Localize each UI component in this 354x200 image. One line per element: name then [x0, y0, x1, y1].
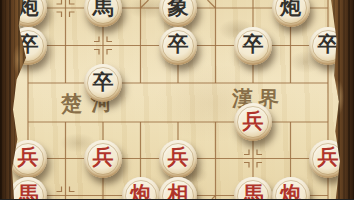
piece-red-elephant[interactable]: 相	[159, 177, 197, 200]
piece-char: 馬	[243, 184, 264, 199]
piece-char: 卒	[93, 72, 114, 93]
piece-char: 卒	[318, 34, 339, 55]
piece-red-cannon[interactable]: 炮	[122, 177, 160, 200]
piece-char: 卒	[168, 34, 189, 55]
piece-black-soldier[interactable]: 卒	[9, 27, 47, 65]
piece-red-soldier[interactable]: 兵	[234, 103, 272, 141]
piece-char: 相	[168, 184, 189, 199]
piece-char: 馬	[18, 184, 39, 199]
xiangqi-game-screen: 楚河 漢界 炮馬象炮卒卒卒卒卒兵兵兵兵兵馬炮相馬炮	[0, 0, 354, 199]
piece-black-soldier[interactable]: 卒	[234, 27, 272, 65]
piece-red-horse[interactable]: 馬	[234, 177, 272, 200]
piece-char: 兵	[243, 111, 264, 132]
piece-char: 炮	[280, 184, 301, 199]
piece-red-soldier[interactable]: 兵	[9, 140, 47, 178]
piece-red-cannon[interactable]: 炮	[272, 177, 310, 200]
piece-char: 兵	[318, 147, 339, 168]
piece-red-soldier[interactable]: 兵	[309, 140, 347, 178]
piece-black-soldier[interactable]: 卒	[309, 27, 347, 65]
piece-black-soldier[interactable]: 卒	[84, 64, 122, 102]
piece-red-soldier[interactable]: 兵	[159, 140, 197, 178]
piece-black-horse[interactable]: 馬	[84, 0, 122, 27]
piece-char: 卒	[18, 34, 39, 55]
piece-char: 炮	[130, 184, 151, 199]
piece-red-soldier[interactable]: 兵	[84, 140, 122, 178]
piece-char: 炮	[18, 0, 39, 18]
piece-char: 兵	[93, 147, 114, 168]
piece-char: 馬	[93, 0, 114, 18]
piece-black-cannon[interactable]: 炮	[272, 0, 310, 27]
piece-char: 炮	[280, 0, 301, 18]
piece-black-cannon[interactable]: 炮	[9, 0, 47, 27]
piece-black-soldier[interactable]: 卒	[159, 27, 197, 65]
piece-char: 卒	[243, 34, 264, 55]
piece-char: 兵	[168, 147, 189, 168]
piece-black-elephant[interactable]: 象	[159, 0, 197, 27]
piece-red-horse[interactable]: 馬	[9, 177, 47, 200]
piece-char: 兵	[18, 147, 39, 168]
piece-char: 象	[168, 0, 189, 18]
